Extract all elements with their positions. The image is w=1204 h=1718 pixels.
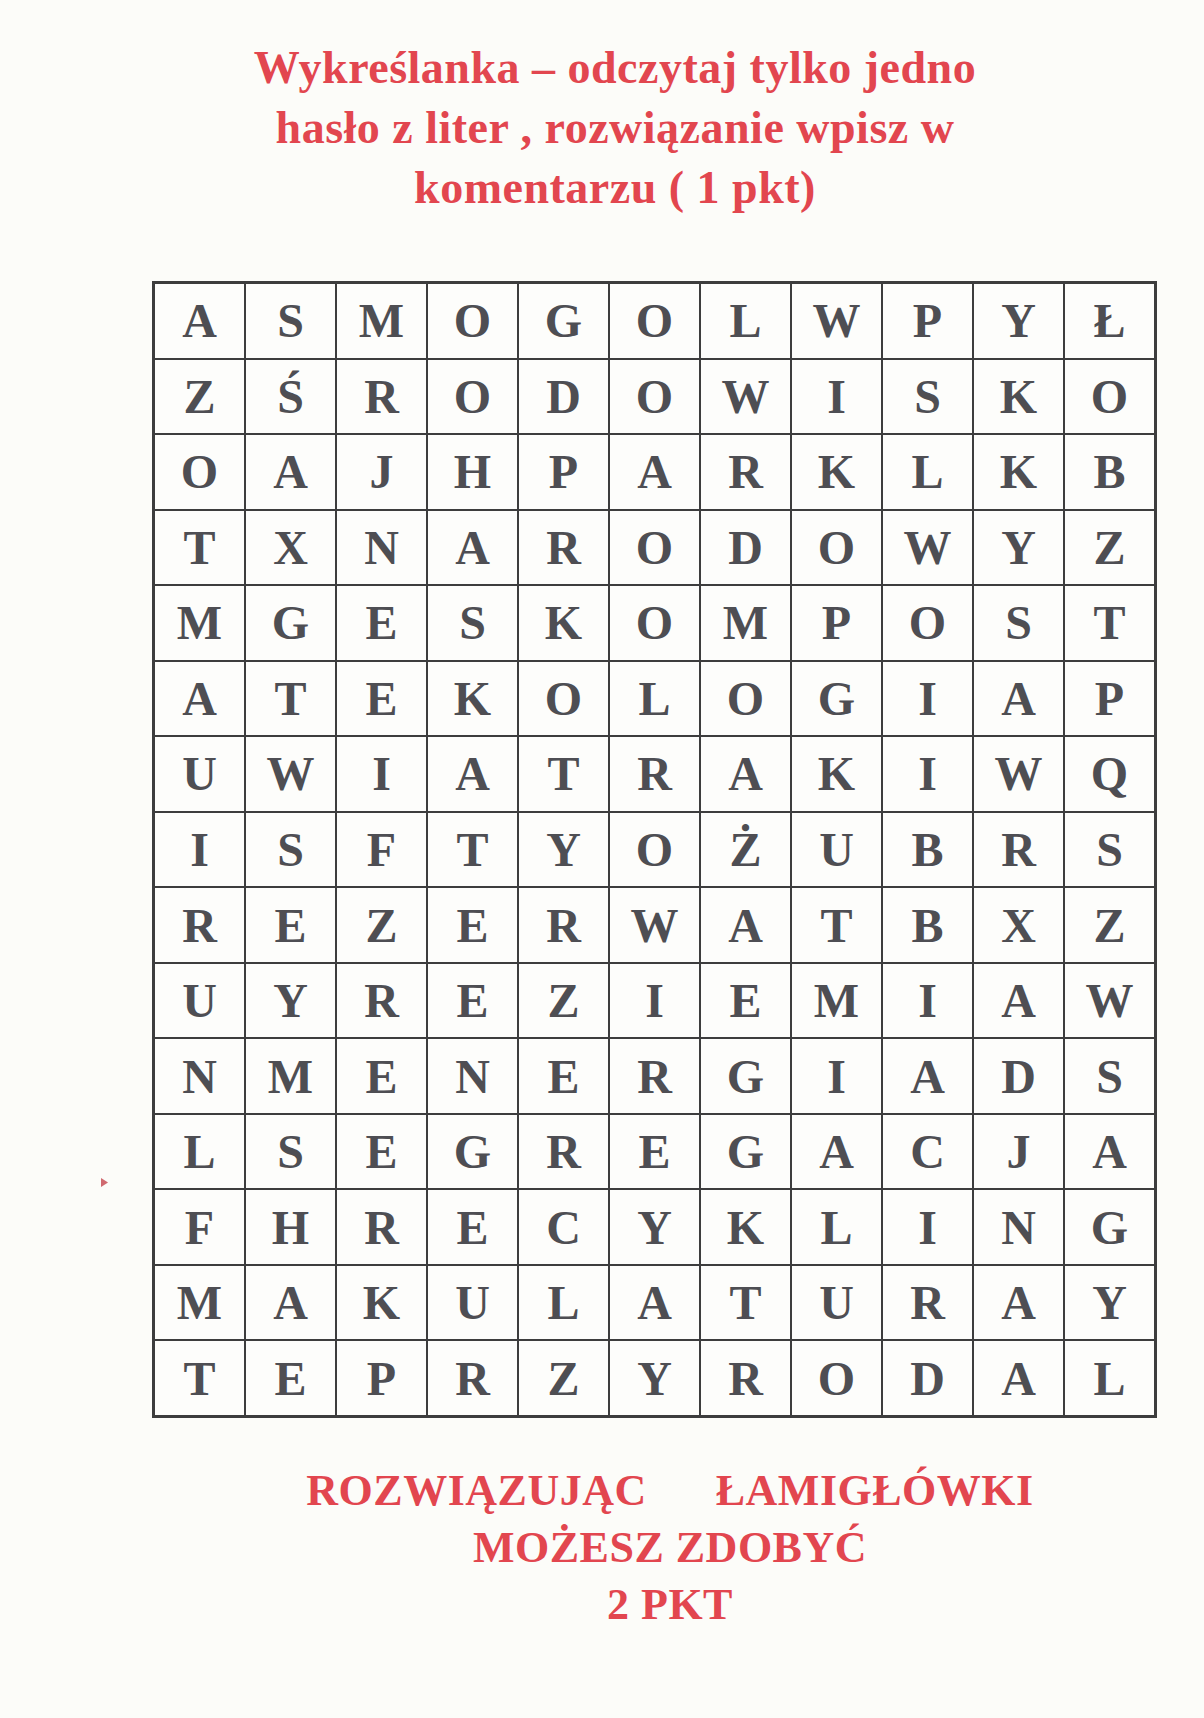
- grid-cell-r6c10[interactable]: A: [973, 661, 1064, 737]
- grid-cell-r12c10[interactable]: J: [973, 1114, 1064, 1190]
- grid-cell-r15c7[interactable]: R: [700, 1340, 791, 1416]
- grid-cell-r9c9[interactable]: B: [882, 887, 973, 963]
- grid-cell-r10c11[interactable]: W: [1064, 963, 1155, 1039]
- grid-cell-r7c6[interactable]: R: [609, 736, 700, 812]
- grid-cell-r15c3[interactable]: P: [336, 1340, 427, 1416]
- grid-cell-r13c2[interactable]: H: [245, 1189, 336, 1265]
- grid-cell-r2c2[interactable]: Ś: [245, 359, 336, 435]
- grid-cell-r7c2[interactable]: W: [245, 736, 336, 812]
- grid-cell-r12c7[interactable]: G: [700, 1114, 791, 1190]
- grid-cell-r1c2[interactable]: S: [245, 283, 336, 359]
- grid-cell-r2c3[interactable]: R: [336, 359, 427, 435]
- grid-cell-r4c10[interactable]: Y: [973, 510, 1064, 586]
- puzzle-title-line3: komentarzu ( 1 pkt): [30, 158, 1200, 218]
- grid-cell-r3c10[interactable]: K: [973, 434, 1064, 510]
- grid-cell-r1c1[interactable]: A: [154, 283, 245, 359]
- grid-cell-r2c9[interactable]: S: [882, 359, 973, 435]
- grid-cell-r6c4[interactable]: K: [427, 661, 518, 737]
- grid-cell-r4c2[interactable]: X: [245, 510, 336, 586]
- puzzle-title: Wykreślanka – odczytaj tylko jedno hasło…: [30, 38, 1200, 218]
- grid-cell-r10c4[interactable]: E: [427, 963, 518, 1039]
- grid-cell-r9c2[interactable]: E: [245, 887, 336, 963]
- grid-cell-r6c8[interactable]: G: [791, 661, 882, 737]
- grid-cell-r10c7[interactable]: E: [700, 963, 791, 1039]
- red-ink-speck: [101, 1178, 108, 1187]
- grid-cell-r12c9[interactable]: C: [882, 1114, 973, 1190]
- grid-cell-r3c2[interactable]: A: [245, 434, 336, 510]
- grid-cell-r2c7[interactable]: W: [700, 359, 791, 435]
- grid-cell-r3c6[interactable]: A: [609, 434, 700, 510]
- grid-cell-r7c1[interactable]: U: [154, 736, 245, 812]
- grid-cell-r10c8[interactable]: M: [791, 963, 882, 1039]
- grid-cell-r15c11[interactable]: L: [1064, 1340, 1155, 1416]
- grid-cell-r14c7[interactable]: T: [700, 1265, 791, 1341]
- grid-cell-r1c6[interactable]: O: [609, 283, 700, 359]
- grid-cell-r14c5[interactable]: L: [518, 1265, 609, 1341]
- grid-cell-r7c11[interactable]: Q: [1064, 736, 1155, 812]
- grid-cell-r11c10[interactable]: D: [973, 1038, 1064, 1114]
- grid-cell-r4c11[interactable]: Z: [1064, 510, 1155, 586]
- grid-cell-r8c2[interactable]: S: [245, 812, 336, 888]
- grid-cell-r3c1[interactable]: O: [154, 434, 245, 510]
- grid-cell-r8c3[interactable]: F: [336, 812, 427, 888]
- grid-cell-r3c9[interactable]: L: [882, 434, 973, 510]
- grid-cell-r10c3[interactable]: R: [336, 963, 427, 1039]
- grid-cell-r2c8[interactable]: I: [791, 359, 882, 435]
- grid-cell-r6c5[interactable]: O: [518, 661, 609, 737]
- grid-cell-r5c7[interactable]: M: [700, 585, 791, 661]
- grid-cell-r5c2[interactable]: G: [245, 585, 336, 661]
- grid-cell-r13c11[interactable]: G: [1064, 1189, 1155, 1265]
- grid-cell-r9c6[interactable]: W: [609, 887, 700, 963]
- grid-cell-r11c6[interactable]: R: [609, 1038, 700, 1114]
- grid-cell-r5c6[interactable]: O: [609, 585, 700, 661]
- grid-cell-r5c10[interactable]: S: [973, 585, 1064, 661]
- grid-cell-r9c1[interactable]: R: [154, 887, 245, 963]
- grid-cell-r13c8[interactable]: L: [791, 1189, 882, 1265]
- scanned-worksheet-page: Wykreślanka – odczytaj tylko jedno hasło…: [0, 0, 1204, 1718]
- grid-cell-r8c9[interactable]: B: [882, 812, 973, 888]
- grid-cell-r12c4[interactable]: G: [427, 1114, 518, 1190]
- grid-cell-r8c6[interactable]: O: [609, 812, 700, 888]
- grid-cell-r11c2[interactable]: M: [245, 1038, 336, 1114]
- grid-cell-r13c5[interactable]: C: [518, 1189, 609, 1265]
- grid-cell-r1c9[interactable]: P: [882, 283, 973, 359]
- grid-cell-r10c5[interactable]: Z: [518, 963, 609, 1039]
- grid-cell-r10c2[interactable]: Y: [245, 963, 336, 1039]
- grid-cell-r13c6[interactable]: Y: [609, 1189, 700, 1265]
- grid-cell-r10c1[interactable]: U: [154, 963, 245, 1039]
- grid-cell-r6c1[interactable]: A: [154, 661, 245, 737]
- grid-cell-r9c4[interactable]: E: [427, 887, 518, 963]
- grid-cell-r14c6[interactable]: A: [609, 1265, 700, 1341]
- grid-cell-r2c6[interactable]: O: [609, 359, 700, 435]
- grid-cell-r2c5[interactable]: D: [518, 359, 609, 435]
- grid-cell-r7c5[interactable]: T: [518, 736, 609, 812]
- word-search-grid[interactable]: ASMOGOLWPYŁZŚRODOWISKOOAJHPARKLKBTXNAROD…: [152, 281, 1157, 1418]
- grid-cell-r12c8[interactable]: A: [791, 1114, 882, 1190]
- footer-line2: MOŻESZ ZDOBYĆ: [140, 1519, 1200, 1576]
- grid-cell-r6c6[interactable]: L: [609, 661, 700, 737]
- grid-cell-r1c10[interactable]: Y: [973, 283, 1064, 359]
- grid-cell-r15c5[interactable]: Z: [518, 1340, 609, 1416]
- grid-cell-r11c1[interactable]: N: [154, 1038, 245, 1114]
- grid-cell-r5c3[interactable]: E: [336, 585, 427, 661]
- grid-cell-r6c9[interactable]: I: [882, 661, 973, 737]
- grid-cell-r12c6[interactable]: E: [609, 1114, 700, 1190]
- grid-cell-r1c4[interactable]: O: [427, 283, 518, 359]
- grid-cell-r3c11[interactable]: B: [1064, 434, 1155, 510]
- grid-cell-r1c5[interactable]: G: [518, 283, 609, 359]
- grid-cell-r11c8[interactable]: I: [791, 1038, 882, 1114]
- grid-cell-r14c2[interactable]: A: [245, 1265, 336, 1341]
- grid-cell-r4c7[interactable]: D: [700, 510, 791, 586]
- grid-cell-r9c5[interactable]: R: [518, 887, 609, 963]
- grid-cell-r11c5[interactable]: E: [518, 1038, 609, 1114]
- grid-cell-r11c7[interactable]: G: [700, 1038, 791, 1114]
- grid-cell-r14c9[interactable]: R: [882, 1265, 973, 1341]
- grid-cell-r7c8[interactable]: K: [791, 736, 882, 812]
- grid-cell-r5c11[interactable]: T: [1064, 585, 1155, 661]
- grid-cell-r13c3[interactable]: R: [336, 1189, 427, 1265]
- grid-cell-r7c4[interactable]: A: [427, 736, 518, 812]
- grid-cell-r4c5[interactable]: R: [518, 510, 609, 586]
- grid-cell-r3c3[interactable]: J: [336, 434, 427, 510]
- grid-cell-r9c10[interactable]: X: [973, 887, 1064, 963]
- puzzle-title-line1: Wykreślanka – odczytaj tylko jedno: [30, 38, 1200, 98]
- grid-cell-r15c10[interactable]: A: [973, 1340, 1064, 1416]
- footer-note: ROZWIĄZUJĄC ŁAMIGŁÓWKI MOŻESZ ZDOBYĆ 2 P…: [140, 1462, 1200, 1633]
- grid-cell-r8c5[interactable]: Y: [518, 812, 609, 888]
- grid-cell-r12c11[interactable]: A: [1064, 1114, 1155, 1190]
- grid-cell-r3c4[interactable]: H: [427, 434, 518, 510]
- grid-cell-r8c4[interactable]: T: [427, 812, 518, 888]
- grid-cell-r14c11[interactable]: Y: [1064, 1265, 1155, 1341]
- grid-cell-r13c4[interactable]: E: [427, 1189, 518, 1265]
- grid-cell-r10c9[interactable]: I: [882, 963, 973, 1039]
- grid-cell-r5c5[interactable]: K: [518, 585, 609, 661]
- grid-cell-r5c9[interactable]: O: [882, 585, 973, 661]
- grid-cell-r2c4[interactable]: O: [427, 359, 518, 435]
- footer-line1: ROZWIĄZUJĄC ŁAMIGŁÓWKI: [140, 1462, 1200, 1519]
- grid-cell-r15c2[interactable]: E: [245, 1340, 336, 1416]
- grid-cell-r4c3[interactable]: N: [336, 510, 427, 586]
- grid-cell-r9c8[interactable]: T: [791, 887, 882, 963]
- grid-cell-r2c10[interactable]: K: [973, 359, 1064, 435]
- grid-cell-r15c6[interactable]: Y: [609, 1340, 700, 1416]
- grid-cell-r1c11[interactable]: Ł: [1064, 283, 1155, 359]
- grid-cell-r5c1[interactable]: M: [154, 585, 245, 661]
- grid-cell-r3c8[interactable]: K: [791, 434, 882, 510]
- grid-cell-r7c10[interactable]: W: [973, 736, 1064, 812]
- grid-cell-r10c10[interactable]: A: [973, 963, 1064, 1039]
- grid-cell-r14c4[interactable]: U: [427, 1265, 518, 1341]
- grid-cell-r1c8[interactable]: W: [791, 283, 882, 359]
- grid-cell-r6c3[interactable]: E: [336, 661, 427, 737]
- grid-cell-r15c8[interactable]: O: [791, 1340, 882, 1416]
- grid-cell-r13c9[interactable]: I: [882, 1189, 973, 1265]
- grid-cell-r12c3[interactable]: E: [336, 1114, 427, 1190]
- grid-cell-r14c8[interactable]: U: [791, 1265, 882, 1341]
- grid-cell-r9c7[interactable]: A: [700, 887, 791, 963]
- grid-cell-r12c1[interactable]: L: [154, 1114, 245, 1190]
- grid-cell-r6c2[interactable]: T: [245, 661, 336, 737]
- grid-cell-r7c7[interactable]: A: [700, 736, 791, 812]
- grid-cell-r3c7[interactable]: R: [700, 434, 791, 510]
- grid-cell-r6c11[interactable]: P: [1064, 661, 1155, 737]
- grid-cell-r5c8[interactable]: P: [791, 585, 882, 661]
- grid-cell-r12c2[interactable]: S: [245, 1114, 336, 1190]
- grid-cell-r15c9[interactable]: D: [882, 1340, 973, 1416]
- grid-cell-r14c10[interactable]: A: [973, 1265, 1064, 1341]
- grid-cell-r11c11[interactable]: S: [1064, 1038, 1155, 1114]
- grid-cell-r11c3[interactable]: E: [336, 1038, 427, 1114]
- grid-cell-r14c3[interactable]: K: [336, 1265, 427, 1341]
- grid-cell-r5c4[interactable]: S: [427, 585, 518, 661]
- grid-cell-r13c1[interactable]: F: [154, 1189, 245, 1265]
- grid-cell-r4c8[interactable]: O: [791, 510, 882, 586]
- puzzle-title-line2: hasło z liter , rozwiązanie wpisz w: [30, 98, 1200, 158]
- grid-cell-r12c5[interactable]: R: [518, 1114, 609, 1190]
- grid-cell-r15c1[interactable]: T: [154, 1340, 245, 1416]
- grid-cell-r10c6[interactable]: I: [609, 963, 700, 1039]
- grid-cell-r14c1[interactable]: M: [154, 1265, 245, 1341]
- grid-cell-r8c1[interactable]: I: [154, 812, 245, 888]
- grid-cell-r8c10[interactable]: R: [973, 812, 1064, 888]
- grid-cell-r11c4[interactable]: N: [427, 1038, 518, 1114]
- grid-cell-r8c11[interactable]: S: [1064, 812, 1155, 888]
- grid-cell-r4c9[interactable]: W: [882, 510, 973, 586]
- grid-cell-r4c4[interactable]: A: [427, 510, 518, 586]
- footer-line3: 2 PKT: [140, 1576, 1200, 1633]
- grid-cell-r11c9[interactable]: A: [882, 1038, 973, 1114]
- grid-cell-r7c3[interactable]: I: [336, 736, 427, 812]
- grid-cell-r2c11[interactable]: O: [1064, 359, 1155, 435]
- grid-cell-r9c3[interactable]: Z: [336, 887, 427, 963]
- grid-cell-r9c11[interactable]: Z: [1064, 887, 1155, 963]
- grid-cell-r3c5[interactable]: P: [518, 434, 609, 510]
- grid-cell-r4c6[interactable]: O: [609, 510, 700, 586]
- grid-cell-r7c9[interactable]: I: [882, 736, 973, 812]
- grid-cell-r1c3[interactable]: M: [336, 283, 427, 359]
- grid-cell-r4c1[interactable]: T: [154, 510, 245, 586]
- grid-cell-r8c8[interactable]: U: [791, 812, 882, 888]
- grid-cell-r1c7[interactable]: L: [700, 283, 791, 359]
- grid-cell-r15c4[interactable]: R: [427, 1340, 518, 1416]
- grid-cell-r13c7[interactable]: K: [700, 1189, 791, 1265]
- grid-cell-r8c7[interactable]: Ż: [700, 812, 791, 888]
- grid-cell-r2c1[interactable]: Z: [154, 359, 245, 435]
- grid-cell-r6c7[interactable]: O: [700, 661, 791, 737]
- grid-cell-r13c10[interactable]: N: [973, 1189, 1064, 1265]
